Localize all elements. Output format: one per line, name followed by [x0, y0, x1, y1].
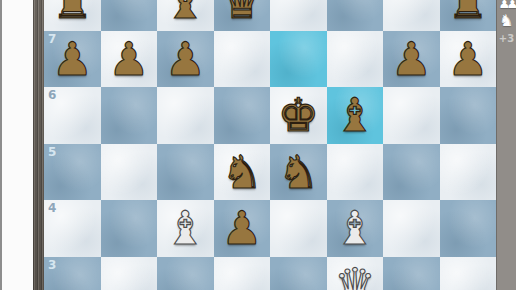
square-b6[interactable] — [101, 87, 158, 144]
black-bishop[interactable]: ♝ — [157, 0, 214, 31]
square-c4[interactable]: ♝ — [157, 200, 214, 257]
black-rook[interactable]: ♜ — [440, 0, 497, 31]
square-g3[interactable] — [383, 257, 440, 290]
square-d3[interactable] — [214, 257, 271, 290]
square-g7[interactable]: ♟ — [383, 31, 440, 88]
square-h3[interactable] — [440, 257, 497, 290]
captured-pawns-group: ♟ ♟ — [499, 0, 515, 11]
square-b4[interactable] — [101, 200, 158, 257]
captured-pawn-icon: ♟ — [507, 0, 515, 11]
square-e5[interactable]: ♞ — [270, 144, 327, 201]
square-f8[interactable] — [327, 0, 384, 31]
black-knight[interactable]: ♞ — [270, 144, 327, 201]
white-queen[interactable]: ♛ — [327, 257, 384, 290]
square-a4[interactable]: 4 — [44, 200, 101, 257]
square-g4[interactable] — [383, 200, 440, 257]
square-a5[interactable]: 5 — [44, 144, 101, 201]
white-bishop[interactable]: ♝ — [157, 200, 214, 257]
square-a6[interactable]: 6 — [44, 87, 101, 144]
black-bishop[interactable]: ♝ — [327, 87, 384, 144]
square-d7[interactable] — [214, 31, 271, 88]
rank-label-5: 5 — [48, 145, 56, 159]
captured-knight-icon: ♞ — [499, 12, 513, 29]
square-b8[interactable] — [101, 0, 158, 31]
square-h8[interactable]: ♜ — [440, 0, 497, 31]
material-panel: ♟ ♟ ♞ +3 — [496, 0, 516, 290]
square-a7[interactable]: 7♟ — [44, 31, 101, 88]
square-c8[interactable]: ♝ — [157, 0, 214, 31]
square-d8[interactable]: ♛ — [214, 0, 271, 31]
square-e6[interactable]: ♚ — [270, 87, 327, 144]
square-c7[interactable]: ♟ — [157, 31, 214, 88]
black-pawn[interactable]: ♟ — [101, 31, 158, 88]
black-queen[interactable]: ♛ — [214, 0, 271, 31]
square-h5[interactable] — [440, 144, 497, 201]
square-g8[interactable] — [383, 0, 440, 31]
square-a3[interactable]: 3 — [44, 257, 101, 290]
rank-label-4: 4 — [48, 201, 56, 215]
square-c6[interactable] — [157, 87, 214, 144]
square-f5[interactable] — [327, 144, 384, 201]
board-edge-texture — [33, 0, 44, 290]
black-pawn[interactable]: ♟ — [440, 31, 497, 88]
square-d5[interactable]: ♞ — [214, 144, 271, 201]
black-pawn[interactable]: ♟ — [44, 31, 101, 88]
captured-pawn-icon: ♟ — [499, 0, 507, 11]
square-b3[interactable] — [101, 257, 158, 290]
square-b7[interactable]: ♟ — [101, 31, 158, 88]
black-king[interactable]: ♚ — [270, 87, 327, 144]
square-d4[interactable]: ♟ — [214, 200, 271, 257]
square-f6[interactable]: ♝ — [327, 87, 384, 144]
black-rook[interactable]: ♜ — [44, 0, 101, 31]
black-pawn[interactable]: ♟ — [157, 31, 214, 88]
square-e4[interactable] — [270, 200, 327, 257]
square-f4[interactable]: ♝ — [327, 200, 384, 257]
square-g5[interactable] — [383, 144, 440, 201]
square-d6[interactable] — [214, 87, 271, 144]
square-h6[interactable] — [440, 87, 497, 144]
material-advantage: +3 — [499, 33, 514, 44]
square-f7[interactable] — [327, 31, 384, 88]
black-pawn[interactable]: ♟ — [214, 200, 271, 257]
white-bishop[interactable]: ♝ — [327, 200, 384, 257]
square-f3[interactable]: ♛ — [327, 257, 384, 290]
chess-app-frame: ♜♝♛♜7♟♟♟♟♟6♚♝5♞♞4♝♟♝3♛ ♟ ♟ ♞ +3 — [0, 0, 516, 290]
black-pawn[interactable]: ♟ — [383, 31, 440, 88]
square-a8[interactable]: ♜ — [44, 0, 101, 31]
square-c3[interactable] — [157, 257, 214, 290]
square-h4[interactable] — [440, 200, 497, 257]
rank-label-6: 6 — [48, 88, 56, 102]
square-h7[interactable]: ♟ — [440, 31, 497, 88]
square-e3[interactable] — [270, 257, 327, 290]
square-c5[interactable] — [157, 144, 214, 201]
square-b5[interactable] — [101, 144, 158, 201]
square-e7[interactable] — [270, 31, 327, 88]
rank-label-3: 3 — [48, 258, 56, 272]
square-g6[interactable] — [383, 87, 440, 144]
chess-board[interactable]: ♜♝♛♜7♟♟♟♟♟6♚♝5♞♞4♝♟♝3♛ — [44, 0, 496, 290]
page-margin — [0, 0, 33, 290]
black-knight[interactable]: ♞ — [214, 144, 271, 201]
square-e8[interactable] — [270, 0, 327, 31]
